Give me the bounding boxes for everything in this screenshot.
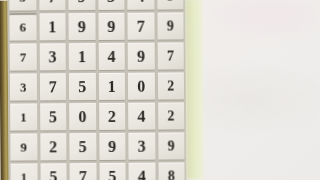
grid-cell-r3c1: 7 xyxy=(10,43,37,70)
digit-grid: 3793486199797314973751021502429259391575… xyxy=(7,0,186,180)
grid-cell-r4c3: 5 xyxy=(69,73,96,100)
digit-tile-board: 3793486199797314973751021502429259391575… xyxy=(0,0,205,180)
grid-cell-r1c1: 3 xyxy=(9,0,36,11)
grid-cell-r6c1: 9 xyxy=(10,133,37,160)
grid-cell-r1c5: 4 xyxy=(127,0,154,10)
grid-cell-r4c2: 7 xyxy=(39,73,66,100)
grid-cell-r1c2: 7 xyxy=(39,0,66,10)
grid-cell-r5c3: 0 xyxy=(69,103,96,130)
grid-cell-r5c5: 4 xyxy=(128,103,155,130)
grid-cell-r3c2: 3 xyxy=(39,43,66,70)
board-frame-left-gold-edge xyxy=(0,1,9,180)
grid-cell-r4c6: 2 xyxy=(157,72,184,99)
grid-cell-r6c2: 2 xyxy=(40,133,67,160)
grid-cell-r3c3: 1 xyxy=(69,43,96,70)
grid-cell-r7c6: 8 xyxy=(158,162,185,180)
grid-cell-r7c2: 5 xyxy=(40,163,67,180)
grid-cell-r7c1: 1 xyxy=(11,163,38,180)
grid-cell-r1c4: 3 xyxy=(98,0,125,10)
grid-cell-r3c4: 4 xyxy=(98,43,125,70)
grid-cell-r6c5: 3 xyxy=(128,133,155,160)
board-right-green-edge xyxy=(185,0,203,179)
grid-cell-r4c5: 0 xyxy=(128,73,155,100)
grid-cell-r2c6: 9 xyxy=(157,12,184,39)
grid-cell-r2c2: 1 xyxy=(39,13,66,40)
grid-cell-r2c3: 9 xyxy=(68,13,95,40)
grid-cell-r6c6: 9 xyxy=(158,132,185,159)
grid-cell-r2c4: 9 xyxy=(98,13,125,40)
grid-cell-r7c4: 5 xyxy=(99,163,126,180)
grid-cell-r4c1: 3 xyxy=(10,73,37,100)
grid-cell-r2c5: 7 xyxy=(127,13,154,40)
grid-cell-r5c6: 2 xyxy=(158,102,185,129)
grid-cell-r3c6: 7 xyxy=(157,42,184,69)
blurred-page-background xyxy=(190,0,320,180)
grid-cell-r7c3: 7 xyxy=(70,163,97,180)
grid-cell-r4c4: 1 xyxy=(98,73,125,100)
grid-cell-r5c4: 2 xyxy=(99,103,126,130)
grid-cell-r1c6: 8 xyxy=(157,0,184,10)
grid-cell-r5c1: 1 xyxy=(10,103,37,130)
grid-cell-r6c3: 5 xyxy=(69,133,96,160)
grid-cell-r3c5: 9 xyxy=(128,43,155,70)
grid-cell-r7c5: 4 xyxy=(129,163,156,180)
photo-of-number-board: 3793486199797314973751021502429259391575… xyxy=(0,0,320,180)
grid-cell-r1c3: 9 xyxy=(68,0,95,10)
grid-cell-r5c2: 5 xyxy=(40,103,67,130)
grid-cell-r6c4: 9 xyxy=(99,133,126,160)
grid-cell-r2c1: 6 xyxy=(9,13,36,40)
